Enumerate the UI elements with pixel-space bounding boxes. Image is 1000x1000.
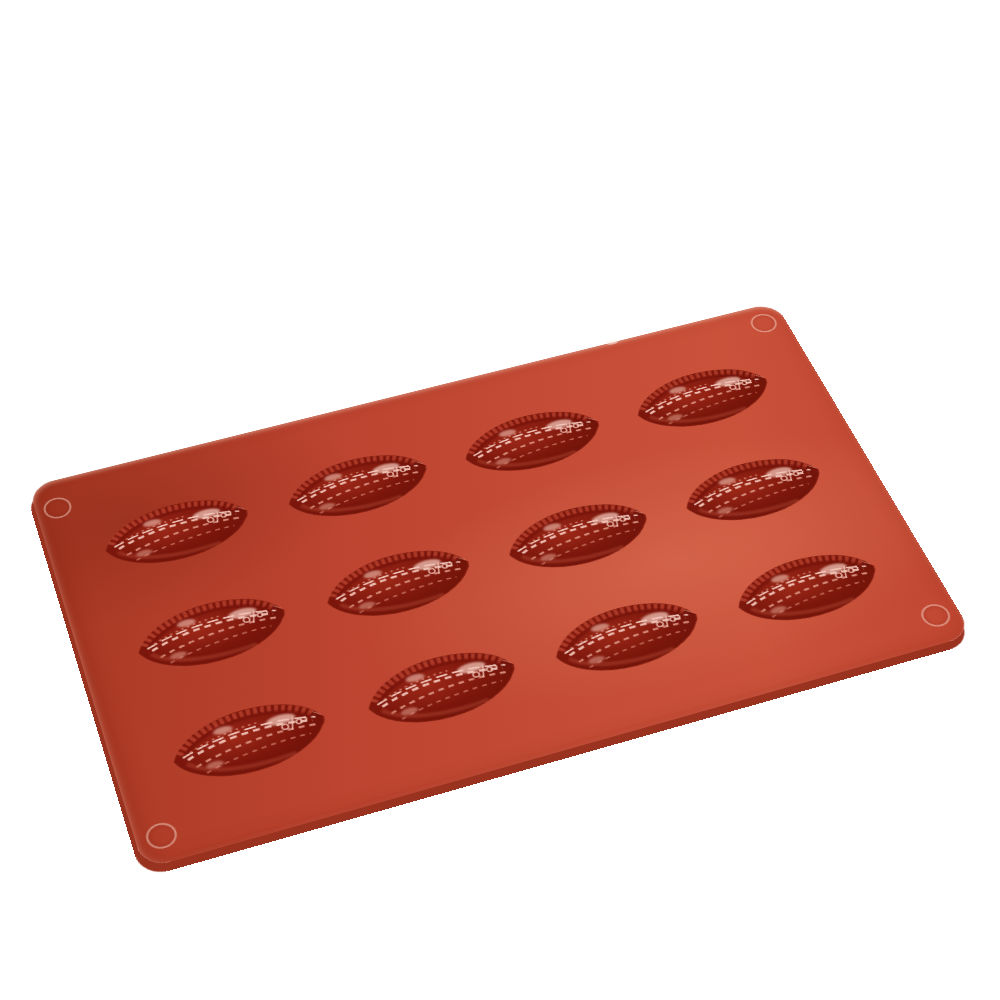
mold-cavity (493, 488, 663, 585)
mold-cavity (669, 443, 838, 537)
mold-cavity (539, 585, 716, 689)
cavity-shape-graphic (160, 685, 340, 796)
mold-cavity (353, 634, 531, 741)
mold-cavity (450, 396, 615, 487)
cavity-shape-graphic (275, 439, 441, 533)
cavity-shape-graphic (450, 396, 615, 487)
cavity-shape-graphic (126, 581, 299, 685)
cavity-shape-graphic (493, 488, 663, 585)
mold-cavity (313, 534, 485, 634)
cavity-shape-graphic (539, 585, 716, 689)
cavity-shape-graphic (353, 634, 531, 741)
cavity-shape-graphic (94, 484, 261, 581)
cavity-grid (28, 302, 973, 869)
mold-cavity (126, 581, 299, 685)
cavity-shape-graphic (669, 443, 838, 537)
mold-cavity (621, 354, 784, 442)
silicone-mold (28, 302, 973, 869)
mold-cavity (94, 484, 261, 581)
cavity-shape-graphic (313, 534, 485, 634)
mold-cavity (160, 685, 340, 796)
product-photo-stage (0, 0, 1000, 1000)
mold-cavity (275, 439, 441, 533)
mold-cavity (720, 538, 895, 639)
cavity-shape-graphic (621, 354, 784, 442)
cavity-shape-graphic (720, 538, 895, 639)
